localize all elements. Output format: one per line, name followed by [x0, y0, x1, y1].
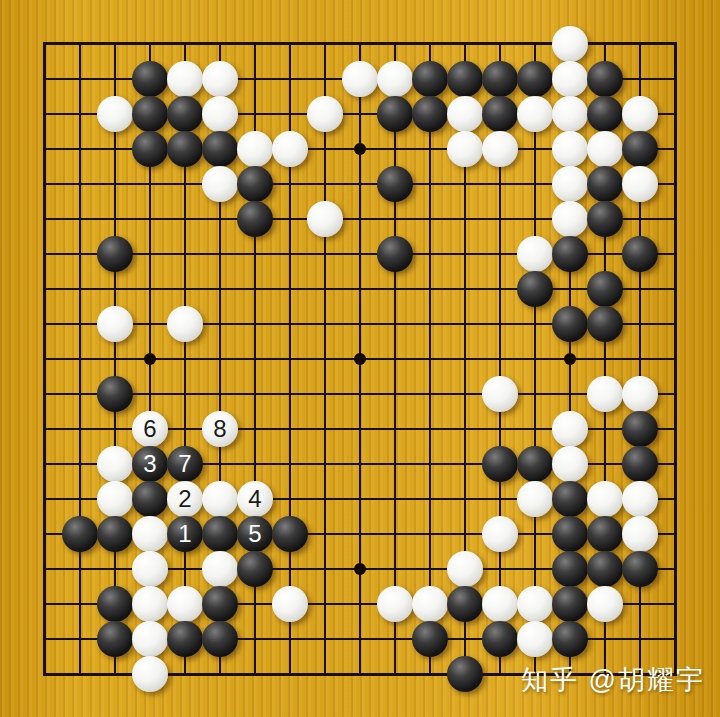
black-stone[interactable]: [97, 516, 133, 552]
star-point: [354, 563, 366, 575]
black-stone[interactable]: [237, 201, 273, 237]
star-point: [354, 353, 366, 365]
black-stone[interactable]: [412, 96, 448, 132]
black-stone[interactable]: [517, 271, 553, 307]
black-stone[interactable]: [447, 586, 483, 622]
move-number-label: 3: [143, 452, 156, 476]
white-stone[interactable]: [97, 306, 133, 342]
white-stone[interactable]: [167, 61, 203, 97]
black-stone[interactable]: [202, 131, 238, 167]
black-stone[interactable]: [552, 236, 588, 272]
black-stone[interactable]: [167, 96, 203, 132]
grid-line-vertical: [534, 44, 536, 674]
move-number-label: 5: [248, 522, 261, 546]
black-stone[interactable]: [517, 446, 553, 482]
black-stone[interactable]: 3: [132, 446, 168, 482]
black-stone[interactable]: [202, 586, 238, 622]
grid-line-vertical: [429, 44, 431, 674]
black-stone[interactable]: [587, 306, 623, 342]
watermark: 知乎 @胡耀宇: [521, 662, 705, 698]
move-number-label: 2: [178, 487, 191, 511]
white-stone[interactable]: [517, 481, 553, 517]
white-stone[interactable]: [202, 481, 238, 517]
grid-line-vertical: [394, 44, 396, 674]
black-stone[interactable]: 7: [167, 446, 203, 482]
black-stone[interactable]: [482, 446, 518, 482]
black-stone[interactable]: [552, 586, 588, 622]
black-stone[interactable]: [622, 446, 658, 482]
white-stone[interactable]: [447, 551, 483, 587]
white-stone[interactable]: 2: [167, 481, 203, 517]
black-stone[interactable]: [622, 411, 658, 447]
black-stone[interactable]: [132, 481, 168, 517]
black-stone[interactable]: [587, 201, 623, 237]
black-stone[interactable]: [622, 551, 658, 587]
white-stone[interactable]: [622, 96, 658, 132]
white-stone[interactable]: 6: [132, 411, 168, 447]
black-stone[interactable]: [97, 236, 133, 272]
white-stone[interactable]: [447, 96, 483, 132]
black-stone[interactable]: 5: [237, 516, 273, 552]
white-stone[interactable]: [132, 516, 168, 552]
black-stone[interactable]: [62, 516, 98, 552]
black-stone[interactable]: [377, 236, 413, 272]
white-stone[interactable]: [587, 131, 623, 167]
black-stone[interactable]: [587, 166, 623, 202]
black-stone[interactable]: [552, 481, 588, 517]
star-point: [144, 353, 156, 365]
white-stone[interactable]: [447, 131, 483, 167]
white-stone[interactable]: [237, 131, 273, 167]
white-stone[interactable]: [97, 446, 133, 482]
white-stone[interactable]: [167, 586, 203, 622]
white-stone[interactable]: [482, 131, 518, 167]
white-stone[interactable]: [97, 96, 133, 132]
black-stone[interactable]: [132, 131, 168, 167]
black-stone[interactable]: [622, 131, 658, 167]
white-stone[interactable]: [552, 26, 588, 62]
white-stone[interactable]: [587, 586, 623, 622]
black-stone[interactable]: [97, 376, 133, 412]
white-stone[interactable]: [342, 61, 378, 97]
move-number-label: 4: [248, 487, 261, 511]
white-stone[interactable]: [202, 96, 238, 132]
white-stone[interactable]: [552, 201, 588, 237]
white-stone[interactable]: [132, 621, 168, 657]
go-board-screenshot: 68372415 知乎 @胡耀宇: [0, 0, 720, 717]
black-stone[interactable]: [552, 516, 588, 552]
white-stone[interactable]: [377, 586, 413, 622]
black-stone[interactable]: [97, 586, 133, 622]
black-stone[interactable]: [97, 621, 133, 657]
move-number-label: 8: [213, 417, 226, 441]
white-stone[interactable]: [202, 61, 238, 97]
black-stone[interactable]: [412, 61, 448, 97]
white-stone[interactable]: [517, 236, 553, 272]
white-stone[interactable]: [132, 656, 168, 692]
black-stone[interactable]: [552, 621, 588, 657]
black-stone[interactable]: [517, 61, 553, 97]
black-stone[interactable]: [447, 656, 483, 692]
white-stone[interactable]: [517, 586, 553, 622]
black-stone[interactable]: [412, 621, 448, 657]
black-stone[interactable]: [447, 61, 483, 97]
white-stone[interactable]: [517, 96, 553, 132]
white-stone[interactable]: [587, 376, 623, 412]
white-stone[interactable]: 4: [237, 481, 273, 517]
grid-line-vertical: [674, 44, 676, 674]
black-stone[interactable]: [377, 96, 413, 132]
white-stone[interactable]: [552, 61, 588, 97]
black-stone[interactable]: [552, 306, 588, 342]
black-stone[interactable]: [482, 621, 518, 657]
white-stone[interactable]: [272, 131, 308, 167]
grid-line-horizontal: [45, 393, 675, 395]
white-stone[interactable]: [622, 516, 658, 552]
white-stone[interactable]: [552, 411, 588, 447]
white-stone[interactable]: [307, 201, 343, 237]
white-stone[interactable]: [377, 61, 413, 97]
white-stone[interactable]: [552, 131, 588, 167]
white-stone[interactable]: [552, 446, 588, 482]
black-stone[interactable]: [132, 61, 168, 97]
move-number-label: 6: [143, 417, 156, 441]
black-stone[interactable]: [272, 516, 308, 552]
black-stone[interactable]: [482, 96, 518, 132]
black-stone[interactable]: [202, 516, 238, 552]
white-stone[interactable]: [587, 481, 623, 517]
white-stone[interactable]: [482, 376, 518, 412]
white-stone[interactable]: [482, 586, 518, 622]
black-stone[interactable]: [202, 621, 238, 657]
black-stone[interactable]: [237, 551, 273, 587]
black-stone[interactable]: [132, 96, 168, 132]
white-stone[interactable]: [622, 166, 658, 202]
move-number-label: 7: [178, 452, 191, 476]
white-stone[interactable]: [622, 376, 658, 412]
black-stone[interactable]: [167, 131, 203, 167]
white-stone[interactable]: [202, 551, 238, 587]
black-stone[interactable]: [377, 166, 413, 202]
white-stone[interactable]: [552, 166, 588, 202]
white-stone[interactable]: 8: [202, 411, 238, 447]
white-stone[interactable]: [482, 516, 518, 552]
white-stone[interactable]: [622, 481, 658, 517]
white-stone[interactable]: [272, 586, 308, 622]
black-stone[interactable]: [552, 551, 588, 587]
white-stone[interactable]: [552, 96, 588, 132]
white-stone[interactable]: [97, 481, 133, 517]
black-stone[interactable]: [587, 516, 623, 552]
white-stone[interactable]: [412, 586, 448, 622]
white-stone[interactable]: [517, 621, 553, 657]
black-stone[interactable]: [587, 271, 623, 307]
white-stone[interactable]: [167, 306, 203, 342]
white-stone[interactable]: [202, 166, 238, 202]
star-point: [564, 353, 576, 365]
black-stone[interactable]: [482, 61, 518, 97]
black-stone[interactable]: [587, 61, 623, 97]
move-number-label: 1: [178, 522, 191, 546]
black-stone[interactable]: [622, 236, 658, 272]
black-stone[interactable]: 1: [167, 516, 203, 552]
white-stone[interactable]: [132, 551, 168, 587]
black-stone[interactable]: [167, 621, 203, 657]
black-stone[interactable]: [587, 96, 623, 132]
black-stone[interactable]: [587, 551, 623, 587]
white-stone[interactable]: [132, 586, 168, 622]
white-stone[interactable]: [307, 96, 343, 132]
star-point: [354, 143, 366, 155]
black-stone[interactable]: [237, 166, 273, 202]
